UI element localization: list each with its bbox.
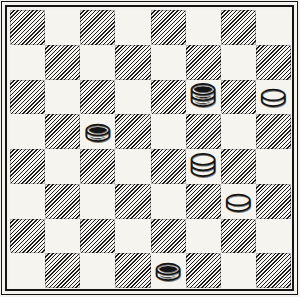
square-r8c4[interactable]: [115, 253, 150, 288]
square-r6c5[interactable]: [151, 184, 186, 219]
square-r5c8[interactable]: [256, 149, 291, 184]
square-r5c7[interactable]: [221, 149, 256, 184]
square-r3c3[interactable]: [80, 80, 115, 115]
square-r1c7[interactable]: [221, 10, 256, 45]
square-r2c3[interactable]: [80, 45, 115, 80]
square-r3c4[interactable]: [115, 80, 150, 115]
square-r2c8[interactable]: [256, 45, 291, 80]
square-r1c8[interactable]: [256, 10, 291, 45]
square-r6c8[interactable]: [256, 184, 291, 219]
square-r3c5[interactable]: [151, 80, 186, 115]
square-r4c8[interactable]: [256, 114, 291, 149]
square-r6c7[interactable]: ⛀: [221, 184, 256, 219]
checkers-board-diagram: ⛃⛀⛂⛁⛀⛂: [0, 0, 300, 297]
square-r7c5[interactable]: [151, 219, 186, 254]
square-r5c5[interactable]: [151, 149, 186, 184]
square-r4c2[interactable]: [45, 114, 80, 149]
square-r6c6[interactable]: [186, 184, 221, 219]
square-r1c1[interactable]: [10, 10, 45, 45]
square-r2c2[interactable]: [45, 45, 80, 80]
square-r2c5[interactable]: [151, 45, 186, 80]
square-r6c3[interactable]: [80, 184, 115, 219]
square-r5c6[interactable]: ⛁: [186, 149, 221, 184]
square-r4c7[interactable]: [221, 114, 256, 149]
square-r5c2[interactable]: [45, 149, 80, 184]
square-r8c3[interactable]: [80, 253, 115, 288]
board-grid: ⛃⛀⛂⛁⛀⛂: [10, 10, 291, 288]
black-man-piece[interactable]: ⛂: [84, 114, 112, 147]
square-r7c8[interactable]: [256, 219, 291, 254]
square-r4c4[interactable]: [115, 114, 150, 149]
square-r8c7[interactable]: [221, 253, 256, 288]
square-r2c7[interactable]: [221, 45, 256, 80]
square-r1c3[interactable]: [80, 10, 115, 45]
square-r7c7[interactable]: [221, 219, 256, 254]
square-r8c2[interactable]: [45, 253, 80, 288]
square-r7c2[interactable]: [45, 219, 80, 254]
square-r4c5[interactable]: [151, 114, 186, 149]
square-r5c1[interactable]: [10, 149, 45, 184]
square-r4c3[interactable]: ⛂: [80, 114, 115, 149]
square-r6c4[interactable]: [115, 184, 150, 219]
square-r5c3[interactable]: [80, 149, 115, 184]
square-r8c1[interactable]: [10, 253, 45, 288]
square-r3c1[interactable]: [10, 80, 45, 115]
square-r2c1[interactable]: [10, 45, 45, 80]
square-r1c4[interactable]: [115, 10, 150, 45]
square-r1c5[interactable]: [151, 10, 186, 45]
square-r6c1[interactable]: [10, 184, 45, 219]
square-r7c4[interactable]: [115, 219, 150, 254]
square-r4c6[interactable]: [186, 114, 221, 149]
white-king-piece[interactable]: ⛁: [189, 149, 217, 182]
square-r2c6[interactable]: [186, 45, 221, 80]
square-r8c5[interactable]: ⛂: [151, 253, 186, 288]
white-man-piece[interactable]: ⛀: [260, 79, 288, 112]
square-r2c4[interactable]: [115, 45, 150, 80]
square-r7c1[interactable]: [10, 219, 45, 254]
square-r1c6[interactable]: [186, 10, 221, 45]
square-r5c4[interactable]: [115, 149, 150, 184]
square-r3c6[interactable]: ⛃: [186, 80, 221, 115]
square-r8c8[interactable]: [256, 253, 291, 288]
square-r3c2[interactable]: [45, 80, 80, 115]
square-r1c2[interactable]: [45, 10, 80, 45]
square-r3c8[interactable]: ⛀: [256, 80, 291, 115]
square-r4c1[interactable]: [10, 114, 45, 149]
square-r7c3[interactable]: [80, 219, 115, 254]
square-r3c7[interactable]: [221, 80, 256, 115]
square-r7c6[interactable]: [186, 219, 221, 254]
black-man-piece[interactable]: ⛂: [154, 253, 182, 286]
black-king-piece[interactable]: ⛃: [189, 79, 217, 112]
square-r8c6[interactable]: [186, 253, 221, 288]
square-r6c2[interactable]: [45, 184, 80, 219]
white-man-piece[interactable]: ⛀: [224, 184, 252, 217]
